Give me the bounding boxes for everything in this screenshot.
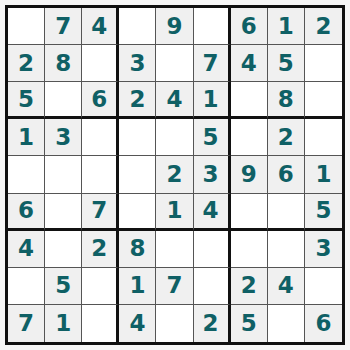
- cell-r3c5[interactable]: 4: [156, 82, 193, 119]
- cell-r6c1[interactable]: 6: [8, 194, 45, 231]
- cell-r2c1[interactable]: 2: [8, 45, 45, 82]
- cell-r5c7[interactable]: 9: [231, 156, 268, 193]
- cell-r1c8[interactable]: 1: [268, 8, 305, 45]
- cell-r7c6[interactable]: [194, 231, 231, 268]
- cell-r7c3[interactable]: 2: [82, 231, 119, 268]
- cell-r4c4[interactable]: [119, 119, 156, 156]
- cell-r4c9[interactable]: [305, 119, 342, 156]
- cell-r1c2[interactable]: 7: [45, 8, 82, 45]
- cell-r1c9[interactable]: 2: [305, 8, 342, 45]
- cell-r4c2[interactable]: 3: [45, 119, 82, 156]
- cell-r9c7[interactable]: 5: [231, 305, 268, 342]
- cell-r3c6[interactable]: 1: [194, 82, 231, 119]
- cell-r2c4[interactable]: 3: [119, 45, 156, 82]
- cell-r1c1[interactable]: [8, 8, 45, 45]
- cell-r9c5[interactable]: [156, 305, 193, 342]
- cell-r1c5[interactable]: 9: [156, 8, 193, 45]
- page: 7496122837455624181352239616714542835172…: [0, 0, 350, 350]
- cell-r3c3[interactable]: 6: [82, 82, 119, 119]
- cell-r7c5[interactable]: [156, 231, 193, 268]
- cell-r3c4[interactable]: 2: [119, 82, 156, 119]
- cell-r8c9[interactable]: [305, 268, 342, 305]
- cell-r6c7[interactable]: [231, 194, 268, 231]
- cell-r4c7[interactable]: [231, 119, 268, 156]
- cell-r8c5[interactable]: 7: [156, 268, 193, 305]
- cell-r8c2[interactable]: 5: [45, 268, 82, 305]
- cell-r2c3[interactable]: [82, 45, 119, 82]
- cell-r8c1[interactable]: [8, 268, 45, 305]
- cell-r6c5[interactable]: 1: [156, 194, 193, 231]
- cell-r9c9[interactable]: 6: [305, 305, 342, 342]
- cell-r1c4[interactable]: [119, 8, 156, 45]
- cell-r2c9[interactable]: [305, 45, 342, 82]
- cell-r3c8[interactable]: 8: [268, 82, 305, 119]
- cell-r5c6[interactable]: 3: [194, 156, 231, 193]
- cell-r3c1[interactable]: 5: [8, 82, 45, 119]
- cell-r8c3[interactable]: [82, 268, 119, 305]
- cell-r1c3[interactable]: 4: [82, 8, 119, 45]
- cell-r2c2[interactable]: 8: [45, 45, 82, 82]
- cell-r7c4[interactable]: 8: [119, 231, 156, 268]
- cell-r5c5[interactable]: 2: [156, 156, 193, 193]
- cell-r2c6[interactable]: 7: [194, 45, 231, 82]
- cell-r7c7[interactable]: [231, 231, 268, 268]
- cell-r6c6[interactable]: 4: [194, 194, 231, 231]
- cell-r3c9[interactable]: [305, 82, 342, 119]
- cell-r5c2[interactable]: [45, 156, 82, 193]
- cell-r5c3[interactable]: [82, 156, 119, 193]
- cell-r9c1[interactable]: 7: [8, 305, 45, 342]
- cell-r5c9[interactable]: 1: [305, 156, 342, 193]
- cell-r6c3[interactable]: 7: [82, 194, 119, 231]
- cell-r2c8[interactable]: 5: [268, 45, 305, 82]
- cell-r1c7[interactable]: 6: [231, 8, 268, 45]
- sudoku-board: 7496122837455624181352239616714542835172…: [5, 5, 345, 345]
- cell-r5c1[interactable]: [8, 156, 45, 193]
- cell-r5c8[interactable]: 6: [268, 156, 305, 193]
- cell-r4c1[interactable]: 1: [8, 119, 45, 156]
- cell-r9c4[interactable]: 4: [119, 305, 156, 342]
- cell-r8c4[interactable]: 1: [119, 268, 156, 305]
- cell-r9c2[interactable]: 1: [45, 305, 82, 342]
- cell-r7c1[interactable]: 4: [8, 231, 45, 268]
- cell-r6c8[interactable]: [268, 194, 305, 231]
- cell-r3c2[interactable]: [45, 82, 82, 119]
- cell-r2c5[interactable]: [156, 45, 193, 82]
- cell-r8c6[interactable]: [194, 268, 231, 305]
- cell-r7c2[interactable]: [45, 231, 82, 268]
- cell-r4c5[interactable]: [156, 119, 193, 156]
- cell-r2c7[interactable]: 4: [231, 45, 268, 82]
- cell-r9c3[interactable]: [82, 305, 119, 342]
- cell-r8c7[interactable]: 2: [231, 268, 268, 305]
- cell-r6c2[interactable]: [45, 194, 82, 231]
- cell-r5c4[interactable]: [119, 156, 156, 193]
- cell-r3c7[interactable]: [231, 82, 268, 119]
- cell-r8c8[interactable]: 4: [268, 268, 305, 305]
- cell-r7c8[interactable]: [268, 231, 305, 268]
- cell-r1c6[interactable]: [194, 8, 231, 45]
- cell-r9c6[interactable]: 2: [194, 305, 231, 342]
- cell-r4c8[interactable]: 2: [268, 119, 305, 156]
- cell-r7c9[interactable]: 3: [305, 231, 342, 268]
- cell-r4c6[interactable]: 5: [194, 119, 231, 156]
- cell-r4c3[interactable]: [82, 119, 119, 156]
- cell-r9c8[interactable]: [268, 305, 305, 342]
- cell-r6c9[interactable]: 5: [305, 194, 342, 231]
- cell-r6c4[interactable]: [119, 194, 156, 231]
